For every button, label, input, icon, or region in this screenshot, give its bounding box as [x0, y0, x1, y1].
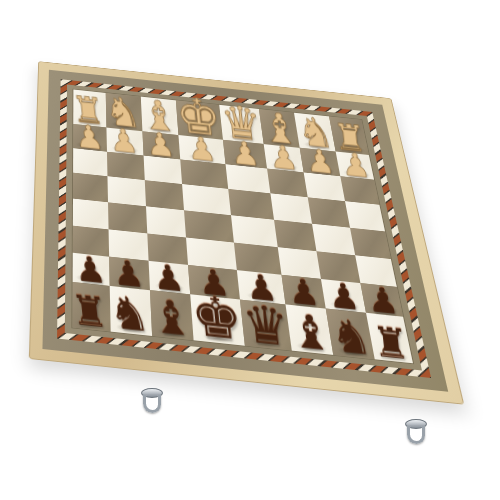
chessboard-scene: ♜♞♝♚♛♝♞♜♟♟♟♟♟♟♟♟♟♟♟♟♟♟♟♟♜♞♝♚♛♝♞♜ — [14, 0, 445, 430]
square-r4c1[interactable] — [108, 202, 147, 233]
square-r4c5[interactable] — [274, 220, 317, 251]
square-r2c2[interactable] — [143, 155, 182, 184]
square-r2c7[interactable] — [340, 176, 379, 205]
square-r4c2[interactable] — [146, 206, 187, 237]
square-r4c6[interactable] — [312, 224, 355, 255]
square-r4c4[interactable] — [231, 215, 278, 247]
clasp-right[interactable] — [405, 419, 427, 444]
square-r7c1[interactable]: ♞ — [110, 286, 152, 336]
piece-black-queen[interactable]: ♛ — [240, 297, 292, 354]
square-r4c7[interactable] — [350, 228, 391, 259]
square-r3c0[interactable] — [73, 173, 108, 202]
square-r7c0[interactable]: ♜ — [72, 282, 110, 332]
square-r2c0[interactable] — [73, 148, 107, 176]
board-inner-band: ♜♞♝♚♛♝♞♜♟♟♟♟♟♟♟♟♟♟♟♟♟♟♟♟♜♞♝♚♛♝♞♜ — [65, 84, 422, 370]
square-r7c3[interactable]: ♚ — [190, 294, 244, 345]
clasp-left[interactable] — [141, 388, 163, 413]
square-r2c4[interactable] — [225, 164, 270, 194]
product-photo: ♜♞♝♚♛♝♞♜♟♟♟♟♟♟♟♟♟♟♟♟♟♟♟♟♜♞♝♚♛♝♞♜ — [0, 0, 500, 500]
square-r4c3[interactable] — [184, 210, 234, 242]
board-wood-frame: ♜♞♝♚♛♝♞♜♟♟♟♟♟♟♟♟♟♟♟♟♟♟♟♟♜♞♝♚♛♝♞♜ — [29, 61, 464, 404]
square-r2c3[interactable] — [180, 159, 228, 189]
board-grid: ♜♞♝♚♛♝♞♜♟♟♟♟♟♟♟♟♟♟♟♟♟♟♟♟♜♞♝♚♛♝♞♜ — [71, 89, 414, 364]
square-r7c5[interactable]: ♝ — [285, 304, 333, 355]
square-r3c2[interactable] — [144, 180, 184, 210]
square-r7c2[interactable]: ♝ — [150, 290, 194, 340]
clasp-hook-icon — [407, 426, 425, 444]
square-r3c1[interactable] — [107, 176, 145, 206]
square-r2c1[interactable] — [107, 152, 144, 181]
square-r3c7[interactable] — [345, 201, 385, 231]
square-r7c4[interactable]: ♛ — [240, 300, 292, 351]
square-r7c6[interactable]: ♞ — [326, 309, 375, 360]
chessboard: ♜♞♝♚♛♝♞♜♟♟♟♟♟♟♟♟♟♟♟♟♟♟♟♟♜♞♝♚♛♝♞♜ — [29, 61, 464, 404]
square-r4c0[interactable] — [73, 199, 109, 229]
piece-black-king[interactable]: ♚ — [188, 287, 245, 349]
checkered-inlay-trim: ♜♞♝♚♛♝♞♜♟♟♟♟♟♟♟♟♟♟♟♟♟♟♟♟♜♞♝♚♛♝♞♜ — [57, 79, 431, 378]
square-r6c0[interactable]: ♟ — [73, 253, 110, 286]
board-border-band: ♜♞♝♚♛♝♞♜♟♟♟♟♟♟♟♟♟♟♟♟♟♟♟♟♜♞♝♚♛♝♞♜ — [42, 70, 448, 392]
square-r2c5[interactable] — [267, 168, 308, 197]
square-r1c0[interactable]: ♟ — [73, 124, 107, 152]
clasp-hook-icon — [143, 395, 161, 413]
